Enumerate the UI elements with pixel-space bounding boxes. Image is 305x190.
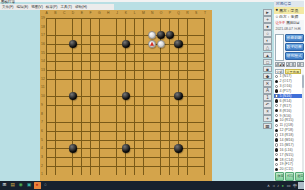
board-col-label: D (72, 11, 74, 15)
board-col-label: A (46, 11, 48, 15)
system-tray: ∧◃♪●▭中 (267, 183, 297, 189)
board-col-label: B (54, 11, 56, 15)
menu-item[interactable]: 帮助(H) (75, 5, 87, 9)
tray-expand-icon[interactable]: ∧ (267, 183, 270, 189)
footer-button[interactable]: 返回 (295, 172, 304, 180)
letter-mark-icon[interactable]: A (263, 87, 272, 94)
board-row-label: 16 (41, 42, 45, 46)
footer-button[interactable]: 打印 (285, 172, 294, 180)
menu-item[interactable]: 工具(T) (61, 5, 72, 9)
undo-icon[interactable]: ↶ (263, 101, 272, 108)
move-label: 7 (R17) (279, 104, 291, 108)
game-meta-text: 2021-08-07 对局 (274, 26, 304, 32)
move-label: 11 (Q18) (279, 123, 293, 127)
board-col-label: E (81, 11, 83, 15)
browser-icon[interactable]: ◉ (17, 182, 24, 189)
board-row-label: 15 (41, 51, 45, 55)
opening-tooltip: 让子布局 (285, 69, 301, 74)
move-nav-bar: ⏮◀▶⏭↑↓+− (274, 62, 304, 68)
panel-footer: 保存打印返回 (274, 172, 304, 181)
explorer-icon[interactable]: ▤ (9, 182, 16, 189)
panel-button-2[interactable]: 数子结果 (285, 43, 304, 51)
black-go-stone[interactable] (174, 40, 182, 48)
triangle-mark-icon[interactable]: △ (263, 44, 272, 51)
board-col-label: L (134, 11, 136, 15)
tool-strip: ►+●○◐△▲□■◆✕A1↶×+▦ (263, 9, 274, 131)
move-label: 12 (P18) (279, 128, 293, 132)
delete-icon[interactable]: × (263, 108, 272, 115)
move-label: 4 (P17) (279, 89, 291, 93)
board-row-label: 7 (41, 120, 43, 124)
board-col-label: N (151, 11, 153, 15)
komi-text: 黑贴0目 (285, 21, 300, 25)
board-row-label: 9 (41, 103, 43, 107)
board-row-label: 18 (41, 25, 45, 29)
go-board[interactable]: ABCDEFGHJKLMNOPQRST191817161514131211109… (40, 10, 212, 181)
black-go-stone[interactable] (174, 144, 182, 152)
variation-box[interactable] (275, 34, 285, 61)
white-move-icon (275, 114, 278, 117)
white-move-icon (275, 124, 278, 127)
board-col-label: P (169, 11, 171, 15)
network-icon[interactable]: ◃ (272, 183, 274, 189)
board-col-label: C (63, 11, 65, 15)
move-label: 16 (L16) (279, 148, 292, 152)
number-mark-icon[interactable]: 1 (263, 94, 272, 101)
menu-item[interactable]: 视图(V) (31, 5, 43, 9)
ime-icon[interactable]: 中 (293, 183, 297, 189)
antivirus-icon[interactable]: ● (282, 183, 284, 189)
white-player-label: 白方：老师 (279, 14, 298, 19)
go-app-icon[interactable]: ● (34, 182, 41, 189)
screen: 围棋打谱 文件(F)编辑(E)视图(V)棋谱(P)工具(T)帮助(H) ABCD… (0, 0, 304, 190)
top-strip (0, 0, 304, 2)
black-player-label: 黑方：学员 (279, 8, 298, 13)
move-label: 1 (N17) (279, 74, 291, 78)
move-label: 9 (S16) (279, 114, 291, 118)
board-row-label: 17 (41, 33, 45, 37)
move-list[interactable]: 1 (N17)2 (O17)3 (O16)4 (P17)5 (N16)6 (R1… (274, 74, 302, 172)
black-go-stone[interactable] (174, 92, 182, 100)
white-move-icon (275, 133, 278, 136)
menu-item[interactable]: 文件(F) (2, 5, 13, 9)
move-label: 3 (O16) (279, 84, 291, 88)
move-label: 18 (C14) (279, 158, 293, 162)
board-col-label: R (186, 11, 188, 15)
board-row-label: 12 (41, 77, 45, 81)
zoom-in-icon[interactable]: + (263, 115, 272, 122)
move-label: 13 (R18) (279, 133, 293, 137)
board-row-label: 19 (41, 16, 45, 20)
taskbar-left-icons: ⊞▤◉▣●○ (1, 182, 49, 189)
battery-icon[interactable]: ▭ (287, 183, 291, 189)
filled-square-mark-icon[interactable]: ■ (263, 66, 272, 73)
white-move-icon (275, 143, 278, 146)
panel-button-3[interactable]: 研究模式 (285, 52, 304, 60)
move-label: 5 (N16) (279, 94, 291, 98)
white-move-icon (275, 104, 278, 107)
board-row-label: 14 (41, 59, 45, 63)
board-row-label: 5 (41, 138, 43, 142)
white-move-icon (275, 94, 278, 97)
black-move-icon (275, 109, 278, 112)
panel-button-1[interactable]: 形势判断 (285, 34, 304, 42)
black-move-icon (275, 138, 278, 141)
black-stone-icon[interactable]: ● (263, 23, 272, 30)
board-col-label: M (142, 11, 145, 15)
black-move-icon (275, 99, 278, 102)
taskbar: ⊞▤◉▣●○ ∧◃♪●▭中 (0, 181, 304, 190)
move-filter-select[interactable]: 全部 ▾ (275, 69, 285, 74)
board-row-label: 3 (41, 155, 43, 159)
diamond-mark-icon[interactable]: ◆ (263, 73, 272, 80)
board-col-label: K (125, 11, 127, 15)
grid-icon[interactable]: ▦ (263, 123, 272, 130)
black-go-stone[interactable] (69, 144, 77, 152)
cursor-icon[interactable]: ► (263, 9, 272, 16)
board-col-label: S (195, 11, 197, 15)
board-row-label: 10 (41, 94, 45, 98)
black-move-icon (275, 89, 278, 92)
white-move-icon (275, 153, 278, 156)
board-col-label: H (107, 11, 109, 15)
handicap-text: 让9子 (276, 21, 286, 25)
black-move-icon (275, 158, 278, 161)
menu-bar: 文件(F)编辑(E)视图(V)棋谱(P)工具(T)帮助(H) (0, 4, 114, 10)
white-move-icon (275, 163, 278, 166)
white-move-icon (275, 85, 278, 88)
move-label: 19 (F17) (279, 162, 293, 166)
menu-item[interactable]: 棋谱(P) (46, 5, 58, 9)
move-label: 20 (C11) (279, 167, 293, 171)
white-stone-icon: ○ (276, 15, 279, 19)
board-row-label: 1 (41, 172, 43, 176)
board-row-label: 8 (41, 112, 43, 116)
board-row-label: 13 (41, 68, 45, 72)
white-move-icon (275, 75, 278, 78)
white-stone-icon[interactable]: ○ (263, 30, 272, 37)
square-mark-icon[interactable]: □ (263, 59, 272, 66)
alternate-stone-icon[interactable]: ◐ (263, 37, 272, 44)
move-label: 14 (M16) (279, 138, 293, 142)
move-label: 17 (N15) (279, 153, 293, 157)
board-col-label: O (160, 11, 163, 15)
move-tool-icon[interactable]: + (263, 16, 272, 23)
footer-button[interactable]: 保存 (275, 172, 284, 180)
board-row-label: 4 (41, 146, 43, 150)
move-nav-button[interactable]: − (300, 62, 303, 67)
right-panel: 对局信息 ● 黑方：学员 ○ 白方：老师 让9子 黑贴0目 2021-08-07… (274, 0, 304, 181)
move-label: 6 (R14) (279, 99, 291, 103)
black-go-stone[interactable] (122, 144, 130, 152)
board-col-label: F (90, 11, 92, 15)
move-label: 15 (M17) (279, 143, 293, 147)
black-stone-icon: ● (276, 8, 279, 12)
board-row-label: 6 (41, 129, 43, 133)
last-move-triangle-marker (150, 42, 154, 46)
black-move-icon (275, 148, 278, 151)
move-label: 8 (R16) (279, 109, 291, 113)
move-label: 10 (R15) (279, 118, 293, 122)
search-icon[interactable]: ○ (42, 182, 49, 189)
black-go-stone[interactable] (122, 40, 130, 48)
scrollbar-thumb[interactable] (302, 75, 304, 88)
black-move-icon (275, 129, 278, 132)
board-col-label: T (204, 11, 206, 15)
black-move-icon (275, 168, 278, 171)
board-col-label: G (98, 11, 101, 15)
volume-icon[interactable]: ♪ (277, 183, 279, 189)
board-row-label: 2 (41, 164, 43, 168)
board-col-label: Q (177, 11, 180, 15)
start-icon[interactable]: ⊞ (1, 182, 8, 189)
cross-mark-icon[interactable]: ✕ (263, 80, 272, 87)
black-move-icon (275, 80, 278, 83)
chat-icon[interactable]: ▣ (26, 182, 33, 189)
board-row-label: 11 (41, 85, 45, 89)
move-list-scrollbar[interactable] (302, 74, 305, 172)
board-col-label: J (116, 11, 118, 15)
move-label: 2 (O17) (279, 79, 291, 83)
menu-item[interactable]: 编辑(E) (16, 5, 28, 9)
taskbar-corner-button[interactable] (298, 182, 304, 189)
filled-triangle-mark-icon[interactable]: ▲ (263, 52, 272, 59)
black-move-icon (275, 119, 278, 122)
